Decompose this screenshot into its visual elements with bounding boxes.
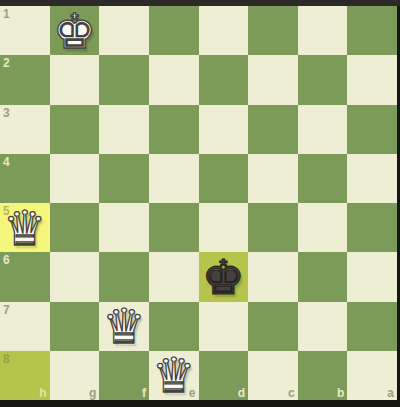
square-g4[interactable] (50, 154, 100, 203)
rank-label-3: 3 (3, 107, 10, 119)
square-b1[interactable] (298, 6, 348, 55)
square-a5[interactable] (347, 203, 397, 252)
square-d6[interactable]: ♚ (199, 252, 249, 301)
square-a8[interactable]: a (347, 351, 397, 400)
piece-white-queen[interactable]: ♛ (149, 351, 199, 400)
square-c7[interactable] (248, 302, 298, 351)
piece-white-queen[interactable]: ♛ (0, 203, 50, 252)
square-a3[interactable] (347, 105, 397, 154)
square-b8[interactable]: b (298, 351, 348, 400)
rank-label-8: 8 (3, 353, 10, 365)
square-d1[interactable] (199, 6, 249, 55)
file-label-b: b (337, 387, 344, 399)
rank-label-4: 4 (3, 156, 10, 168)
rank-label-6: 6 (3, 254, 10, 266)
square-g1[interactable]: ♚ (50, 6, 100, 55)
square-a2[interactable] (347, 55, 397, 104)
square-g2[interactable] (50, 55, 100, 104)
square-f2[interactable] (99, 55, 149, 104)
square-e1[interactable] (149, 6, 199, 55)
square-f1[interactable] (99, 6, 149, 55)
square-a1[interactable] (347, 6, 397, 55)
square-e2[interactable] (149, 55, 199, 104)
square-g6[interactable] (50, 252, 100, 301)
square-a7[interactable] (347, 302, 397, 351)
square-b5[interactable] (298, 203, 348, 252)
square-h6[interactable]: 6 (0, 252, 50, 301)
piece-white-king[interactable]: ♚ (50, 6, 100, 55)
square-b2[interactable] (298, 55, 348, 104)
square-c6[interactable] (248, 252, 298, 301)
piece-black-king[interactable]: ♚ (199, 252, 249, 301)
square-c5[interactable] (248, 203, 298, 252)
square-d2[interactable] (199, 55, 249, 104)
square-a6[interactable] (347, 252, 397, 301)
square-d8[interactable]: d (199, 351, 249, 400)
square-e7[interactable] (149, 302, 199, 351)
square-b4[interactable] (298, 154, 348, 203)
square-c8[interactable]: c (248, 351, 298, 400)
rank-label-7: 7 (3, 304, 10, 316)
square-c2[interactable] (248, 55, 298, 104)
chess-board[interactable]: 1♚2345♛6♚7♛8hgfe♛dcba (0, 6, 397, 400)
square-h7[interactable]: 7 (0, 302, 50, 351)
square-f7[interactable]: ♛ (99, 302, 149, 351)
file-label-h: h (39, 387, 46, 399)
square-g3[interactable] (50, 105, 100, 154)
chess-app-frame: 1♚2345♛6♚7♛8hgfe♛dcba (0, 0, 400, 407)
file-label-a: a (387, 387, 394, 399)
file-label-g: g (89, 387, 96, 399)
square-d4[interactable] (199, 154, 249, 203)
square-f4[interactable] (99, 154, 149, 203)
square-e3[interactable] (149, 105, 199, 154)
square-g7[interactable] (50, 302, 100, 351)
rank-label-1: 1 (3, 8, 10, 20)
square-f6[interactable] (99, 252, 149, 301)
square-h1[interactable]: 1 (0, 6, 50, 55)
square-e5[interactable] (149, 203, 199, 252)
square-c3[interactable] (248, 105, 298, 154)
square-e4[interactable] (149, 154, 199, 203)
square-b7[interactable] (298, 302, 348, 351)
square-d3[interactable] (199, 105, 249, 154)
square-e8[interactable]: e♛ (149, 351, 199, 400)
square-d7[interactable] (199, 302, 249, 351)
square-c1[interactable] (248, 6, 298, 55)
square-h4[interactable]: 4 (0, 154, 50, 203)
square-d5[interactable] (199, 203, 249, 252)
square-h2[interactable]: 2 (0, 55, 50, 104)
square-a4[interactable] (347, 154, 397, 203)
square-g5[interactable] (50, 203, 100, 252)
file-label-d: d (238, 387, 245, 399)
square-b3[interactable] (298, 105, 348, 154)
square-f8[interactable]: f (99, 351, 149, 400)
file-label-f: f (142, 387, 146, 399)
square-c4[interactable] (248, 154, 298, 203)
square-g8[interactable]: g (50, 351, 100, 400)
square-f3[interactable] (99, 105, 149, 154)
file-label-c: c (288, 387, 295, 399)
square-b6[interactable] (298, 252, 348, 301)
rank-label-2: 2 (3, 57, 10, 69)
square-h5[interactable]: 5♛ (0, 203, 50, 252)
square-f5[interactable] (99, 203, 149, 252)
square-h8[interactable]: 8h (0, 351, 50, 400)
piece-white-queen[interactable]: ♛ (99, 302, 149, 351)
square-h3[interactable]: 3 (0, 105, 50, 154)
square-e6[interactable] (149, 252, 199, 301)
